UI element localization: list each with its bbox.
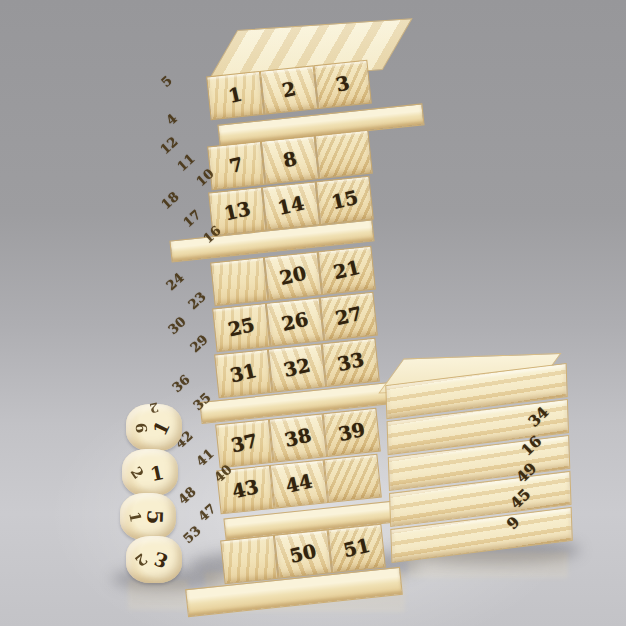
die-front-number: 5 bbox=[142, 503, 168, 530]
block-number: 14 bbox=[263, 189, 319, 222]
block-front: 14 bbox=[262, 181, 320, 230]
die-front-number: 3 bbox=[145, 545, 176, 573]
block-front bbox=[315, 130, 373, 179]
block-number: 31 bbox=[215, 356, 271, 389]
block-side-number: 5 bbox=[158, 73, 175, 90]
block-front: 51 bbox=[328, 524, 386, 573]
block-side-number: 29 bbox=[187, 332, 210, 355]
block-front: 32 bbox=[268, 343, 326, 392]
block-front bbox=[210, 257, 268, 306]
block-front: 44 bbox=[270, 459, 328, 508]
block-number: 2 bbox=[261, 73, 317, 106]
loose-block-stack bbox=[385, 369, 573, 555]
block-front: 8 bbox=[261, 135, 319, 184]
block-number: 8 bbox=[262, 143, 318, 176]
block-front: 39 bbox=[323, 408, 381, 457]
die-front-number: 1 bbox=[145, 411, 176, 444]
wooden-die: 2 6 1 bbox=[126, 404, 182, 451]
wooden-die: 1 5 bbox=[120, 493, 176, 540]
block-number: 15 bbox=[317, 183, 373, 216]
block-front: 26 bbox=[266, 297, 324, 346]
block-number bbox=[318, 149, 369, 161]
block-tower: 1 2 3 7 8 13 14 15 20 21 25 26 27 31 bbox=[212, 18, 374, 606]
block-front: 2 bbox=[260, 65, 318, 114]
block-number: 50 bbox=[275, 537, 331, 570]
block-number: 27 bbox=[321, 299, 377, 332]
block-number: 32 bbox=[269, 351, 325, 384]
die-front-number: 1 bbox=[142, 459, 172, 486]
block-front: 7 bbox=[207, 141, 265, 190]
block-number: 1 bbox=[207, 78, 263, 111]
block-number bbox=[214, 276, 265, 288]
block-number: 20 bbox=[265, 259, 321, 292]
block-number: 44 bbox=[271, 467, 327, 500]
block-front bbox=[220, 535, 278, 584]
block-side-number: 17 bbox=[180, 207, 203, 230]
block-front: 33 bbox=[322, 338, 380, 387]
product-photo-scene: 1 2 3 7 8 13 14 15 20 21 25 26 27 31 bbox=[0, 0, 626, 626]
block-side-number: 24 bbox=[163, 270, 186, 293]
block-front: 31 bbox=[214, 349, 272, 398]
block-front: 20 bbox=[264, 251, 322, 300]
block-number: 3 bbox=[315, 67, 371, 100]
block-side-number: 30 bbox=[165, 314, 188, 337]
block-number: 25 bbox=[213, 310, 269, 343]
block-number: 39 bbox=[324, 415, 380, 448]
block-side-number: 11 bbox=[174, 151, 197, 174]
block-number: 38 bbox=[270, 421, 326, 454]
block-front: 21 bbox=[318, 246, 376, 295]
block-front: 38 bbox=[269, 413, 327, 462]
block-side-number: 18 bbox=[158, 189, 181, 212]
dice-reflection bbox=[128, 580, 188, 610]
block-number: 21 bbox=[319, 253, 375, 286]
block-number: 26 bbox=[267, 305, 323, 338]
wooden-die: 2 3 bbox=[126, 536, 182, 583]
block-number: 33 bbox=[323, 345, 379, 378]
block-number bbox=[327, 473, 378, 485]
block-number: 13 bbox=[209, 194, 265, 227]
block-front: 3 bbox=[314, 60, 372, 109]
block-side-number: 23 bbox=[185, 289, 208, 312]
block-side-number: 4 bbox=[163, 111, 180, 128]
block-front: 50 bbox=[274, 529, 332, 578]
block-front: 15 bbox=[316, 176, 374, 225]
block-number: 37 bbox=[216, 426, 272, 459]
block-side-number: 12 bbox=[157, 134, 180, 157]
block-front: 1 bbox=[206, 71, 264, 120]
block-front bbox=[324, 454, 382, 503]
block-number bbox=[224, 554, 275, 566]
wooden-die: 2 1 bbox=[122, 449, 178, 496]
block-front: 25 bbox=[212, 303, 270, 352]
block-front: 27 bbox=[320, 292, 378, 341]
block-number: 51 bbox=[329, 531, 385, 564]
